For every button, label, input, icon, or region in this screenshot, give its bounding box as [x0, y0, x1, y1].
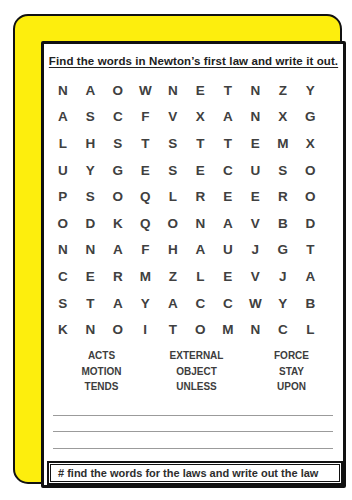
- grid-cell-r6c3[interactable]: K: [104, 210, 132, 237]
- grid-cell-r1c4[interactable]: W: [132, 77, 160, 104]
- grid-cell-r1c2[interactable]: A: [77, 77, 105, 104]
- grid-cell-r5c10[interactable]: O: [297, 183, 325, 210]
- grid-cell-r6c1[interactable]: O: [49, 210, 77, 237]
- page-title: Find the words in Newton’s first law and…: [44, 55, 343, 67]
- grid-cell-r6c5[interactable]: O: [159, 210, 187, 237]
- grid-cell-r4c8[interactable]: U: [242, 157, 270, 184]
- grid-cell-r9c6[interactable]: C: [187, 290, 215, 317]
- grid-cell-r7c9[interactable]: G: [269, 237, 297, 264]
- grid-cell-r7c7[interactable]: U: [214, 237, 242, 264]
- grid-cell-r10c5[interactable]: T: [159, 316, 187, 343]
- word-search-grid: NAOWNETNZYASCFVXANXGLHSTSTTEMXUYGESECUSO…: [49, 77, 324, 343]
- grid-cell-r9c9[interactable]: Y: [269, 290, 297, 317]
- word-bank-word: UNLESS: [149, 379, 244, 395]
- grid-cell-r8c5[interactable]: Z: [159, 263, 187, 290]
- grid-cell-r1c1[interactable]: N: [49, 77, 77, 104]
- answer-line-2: [53, 431, 333, 432]
- grid-cell-r2c6[interactable]: X: [187, 104, 215, 131]
- grid-cell-r10c6[interactable]: O: [187, 316, 215, 343]
- word-bank-word: STAY: [244, 364, 339, 380]
- grid-cell-r9c1[interactable]: S: [49, 290, 77, 317]
- grid-cell-r3c9[interactable]: M: [269, 130, 297, 157]
- grid-cell-r10c2[interactable]: N: [77, 316, 105, 343]
- grid-cell-r3c6[interactable]: T: [187, 130, 215, 157]
- word-bank-word: UPON: [244, 379, 339, 395]
- grid-cell-r7c4[interactable]: F: [132, 237, 160, 264]
- grid-cell-r2c8[interactable]: N: [242, 104, 270, 131]
- grid-cell-r5c3[interactable]: O: [104, 183, 132, 210]
- footer-box: # find the words for the laws and write …: [47, 461, 343, 485]
- grid-cell-r6c6[interactable]: N: [187, 210, 215, 237]
- grid-cell-r3c3[interactable]: S: [104, 130, 132, 157]
- grid-cell-r6c8[interactable]: V: [242, 210, 270, 237]
- grid-cell-r9c7[interactable]: C: [214, 290, 242, 317]
- grid-cell-r3c4[interactable]: T: [132, 130, 160, 157]
- grid-cell-r3c5[interactable]: S: [159, 130, 187, 157]
- grid-cell-r6c2[interactable]: D: [77, 210, 105, 237]
- grid-cell-r2c9[interactable]: X: [269, 104, 297, 131]
- grid-cell-r4c10[interactable]: O: [297, 157, 325, 184]
- grid-cell-r3c8[interactable]: E: [242, 130, 270, 157]
- word-bank-word: OBJECT: [149, 364, 244, 380]
- grid-cell-r8c10[interactable]: A: [297, 263, 325, 290]
- word-bank-word: ACTS: [54, 348, 149, 364]
- grid-cell-r2c2[interactable]: S: [77, 104, 105, 131]
- grid-cell-r10c1[interactable]: K: [49, 316, 77, 343]
- grid-cell-r2c1[interactable]: A: [49, 104, 77, 131]
- grid-cell-r4c4[interactable]: E: [132, 157, 160, 184]
- grid-cell-r4c3[interactable]: G: [104, 157, 132, 184]
- worksheet-page: Find the words in Newton’s first law and…: [0, 0, 352, 500]
- grid-cell-r9c5[interactable]: A: [159, 290, 187, 317]
- grid-cell-r1c7[interactable]: T: [214, 77, 242, 104]
- grid-cell-r9c2[interactable]: T: [77, 290, 105, 317]
- grid-cell-r5c6[interactable]: R: [187, 183, 215, 210]
- word-bank-column-3: FORCESTAYUPON: [244, 348, 339, 395]
- grid-cell-r7c10[interactable]: T: [297, 237, 325, 264]
- grid-cell-r9c8[interactable]: W: [242, 290, 270, 317]
- grid-cell-r7c8[interactable]: J: [242, 237, 270, 264]
- grid-cell-r4c2[interactable]: Y: [77, 157, 105, 184]
- word-bank-word: TENDS: [54, 379, 149, 395]
- grid-cell-r2c4[interactable]: F: [132, 104, 160, 131]
- grid-cell-r8c3[interactable]: R: [104, 263, 132, 290]
- grid-cell-r6c9[interactable]: B: [269, 210, 297, 237]
- word-bank-word: FORCE: [244, 348, 339, 364]
- grid-cell-r4c7[interactable]: C: [214, 157, 242, 184]
- grid-cell-r8c8[interactable]: V: [242, 263, 270, 290]
- grid-cell-r2c7[interactable]: A: [214, 104, 242, 131]
- answer-line-1: [53, 415, 333, 416]
- grid-cell-r5c8[interactable]: E: [242, 183, 270, 210]
- grid-cell-r5c7[interactable]: E: [214, 183, 242, 210]
- word-bank-column-1: ACTSMOTIONTENDS: [54, 348, 149, 395]
- grid-cell-r6c7[interactable]: A: [214, 210, 242, 237]
- grid-cell-r8c4[interactable]: M: [132, 263, 160, 290]
- footer-note: # find the words for the laws and write …: [51, 467, 318, 479]
- footer-box-inner-border: # find the words for the laws and write …: [50, 464, 340, 482]
- grid-cell-r5c2[interactable]: S: [77, 183, 105, 210]
- grid-cell-r2c3[interactable]: C: [104, 104, 132, 131]
- grid-cell-r7c2[interactable]: N: [77, 237, 105, 264]
- word-bank-column-2: EXTERNALOBJECTUNLESS: [149, 348, 244, 395]
- worksheet-inner-panel: Find the words in Newton’s first law and…: [41, 41, 346, 488]
- grid-cell-r7c3[interactable]: A: [104, 237, 132, 264]
- grid-cell-r5c5[interactable]: L: [159, 183, 187, 210]
- grid-cell-r10c4[interactable]: I: [132, 316, 160, 343]
- grid-cell-r4c6[interactable]: E: [187, 157, 215, 184]
- grid-cell-r8c1[interactable]: C: [49, 263, 77, 290]
- grid-cell-r10c7[interactable]: M: [214, 316, 242, 343]
- grid-cell-r8c2[interactable]: E: [77, 263, 105, 290]
- grid-cell-r5c4[interactable]: Q: [132, 183, 160, 210]
- word-bank-word: MOTION: [54, 364, 149, 380]
- grid-cell-r10c8[interactable]: N: [242, 316, 270, 343]
- grid-cell-r3c7[interactable]: T: [214, 130, 242, 157]
- grid-cell-r1c6[interactable]: E: [187, 77, 215, 104]
- grid-cell-r4c5[interactable]: S: [159, 157, 187, 184]
- word-bank: ACTSMOTIONTENDSEXTERNALOBJECTUNLESSFORCE…: [54, 348, 339, 395]
- grid-cell-r10c10[interactable]: L: [297, 316, 325, 343]
- grid-cell-r5c9[interactable]: R: [269, 183, 297, 210]
- grid-cell-r9c10[interactable]: B: [297, 290, 325, 317]
- grid-cell-r3c1[interactable]: L: [49, 130, 77, 157]
- grid-cell-r1c3[interactable]: O: [104, 77, 132, 104]
- grid-cell-r7c6[interactable]: A: [187, 237, 215, 264]
- grid-cell-r10c3[interactable]: O: [104, 316, 132, 343]
- grid-cell-r5c1[interactable]: P: [49, 183, 77, 210]
- grid-cell-r8c9[interactable]: J: [269, 263, 297, 290]
- grid-cell-r8c6[interactable]: L: [187, 263, 215, 290]
- grid-cell-r7c1[interactable]: N: [49, 237, 77, 264]
- grid-cell-r7c5[interactable]: H: [159, 237, 187, 264]
- grid-cell-r9c3[interactable]: A: [104, 290, 132, 317]
- grid-cell-r2c10[interactable]: G: [297, 104, 325, 131]
- grid-cell-r3c10[interactable]: X: [297, 130, 325, 157]
- grid-cell-r4c1[interactable]: U: [49, 157, 77, 184]
- grid-cell-r6c4[interactable]: Q: [132, 210, 160, 237]
- grid-cell-r4c9[interactable]: S: [269, 157, 297, 184]
- grid-cell-r1c10[interactable]: Y: [297, 77, 325, 104]
- grid-cell-r10c9[interactable]: C: [269, 316, 297, 343]
- grid-cell-r6c10[interactable]: D: [297, 210, 325, 237]
- grid-cell-r2c5[interactable]: V: [159, 104, 187, 131]
- grid-cell-r1c8[interactable]: N: [242, 77, 270, 104]
- grid-cell-r1c5[interactable]: N: [159, 77, 187, 104]
- grid-cell-r9c4[interactable]: Y: [132, 290, 160, 317]
- grid-cell-r1c9[interactable]: Z: [269, 77, 297, 104]
- answer-line-3: [53, 448, 333, 449]
- grid-cell-r8c7[interactable]: E: [214, 263, 242, 290]
- word-bank-word: EXTERNAL: [149, 348, 244, 364]
- yellow-frame: Find the words in Newton’s first law and…: [13, 14, 342, 484]
- grid-cell-r3c2[interactable]: H: [77, 130, 105, 157]
